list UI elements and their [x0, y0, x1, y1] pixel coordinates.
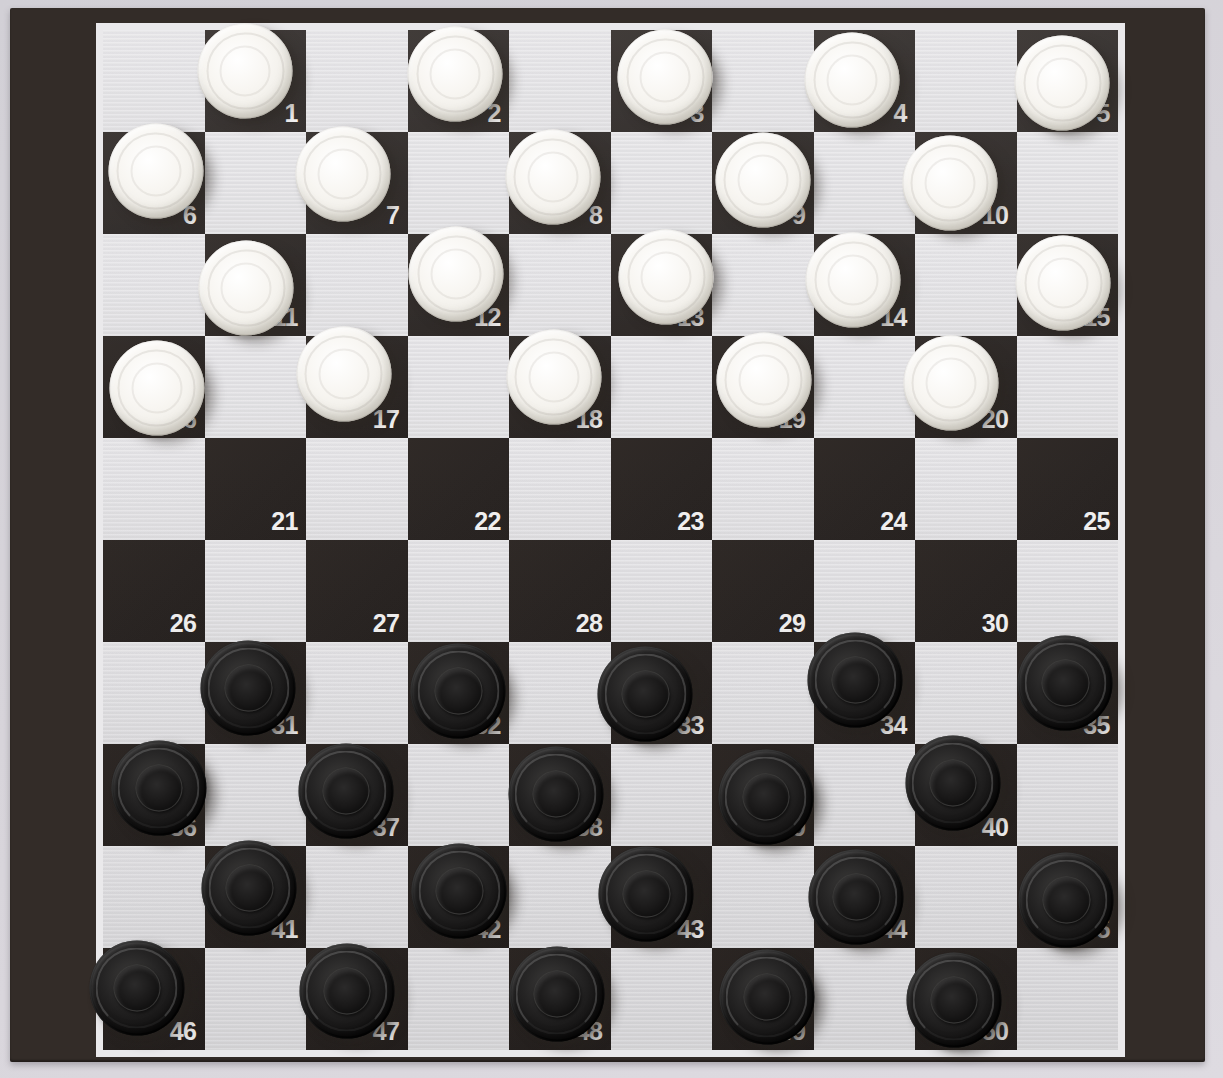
light-square-r1c3: [306, 30, 408, 132]
square-1[interactable]: 1: [205, 30, 307, 132]
light-square-r4c6: [611, 336, 713, 438]
white-piece-square-17[interactable]: [296, 327, 391, 422]
white-piece-square-18[interactable]: [506, 330, 601, 425]
light-square-r7c3: [306, 642, 408, 744]
white-piece-square-6[interactable]: [108, 124, 203, 219]
light-square-r3c7: [712, 234, 814, 336]
light-square-r10c8: [814, 948, 916, 1050]
square-3[interactable]: 3: [611, 30, 713, 132]
light-square-r1c5: [509, 30, 611, 132]
white-piece-square-19[interactable]: [716, 333, 811, 428]
square-number: 24: [880, 507, 907, 536]
white-piece-square-4[interactable]: [805, 33, 900, 128]
square-10[interactable]: 10: [915, 132, 1017, 234]
light-square-r8c6: [611, 744, 713, 846]
white-piece-square-10[interactable]: [902, 136, 997, 231]
square-48[interactable]: 48: [509, 948, 611, 1050]
light-square-r2c10: [1017, 132, 1119, 234]
light-square-r1c7: [712, 30, 814, 132]
square-19[interactable]: 19: [712, 336, 814, 438]
square-number: 25: [1083, 507, 1110, 536]
white-piece-square-11[interactable]: [199, 241, 294, 336]
black-piece-square-44[interactable]: [809, 850, 904, 945]
black-piece-square-31[interactable]: [201, 641, 296, 736]
black-piece-square-38[interactable]: [508, 747, 603, 842]
light-square-r5c9: [915, 438, 1017, 540]
square-number: 30: [982, 609, 1009, 638]
light-square-r3c1: [103, 234, 205, 336]
black-piece-square-41[interactable]: [202, 841, 297, 936]
square-number: 46: [170, 1017, 197, 1046]
square-4[interactable]: 4: [814, 30, 916, 132]
white-piece-square-9[interactable]: [715, 133, 810, 228]
square-41[interactable]: 41: [205, 846, 307, 948]
square-36[interactable]: 36: [103, 744, 205, 846]
light-square-r7c5: [509, 642, 611, 744]
light-square-r4c8: [814, 336, 916, 438]
square-number: 21: [271, 507, 298, 536]
light-square-r10c2: [205, 948, 307, 1050]
square-28[interactable]: 28: [509, 540, 611, 642]
black-piece-square-49[interactable]: [719, 950, 814, 1045]
light-square-r3c9: [915, 234, 1017, 336]
black-piece-square-35[interactable]: [1018, 636, 1113, 731]
light-square-r2c4: [408, 132, 510, 234]
square-number: 1: [285, 99, 298, 128]
white-piece-square-12[interactable]: [409, 227, 504, 322]
light-square-r6c10: [1017, 540, 1119, 642]
square-6[interactable]: 6: [103, 132, 205, 234]
black-piece-square-42[interactable]: [412, 844, 507, 939]
square-17[interactable]: 17: [306, 336, 408, 438]
black-piece-square-43[interactable]: [599, 847, 694, 942]
black-piece-square-39[interactable]: [718, 750, 813, 845]
square-24[interactable]: 24: [814, 438, 916, 540]
black-piece-square-50[interactable]: [906, 953, 1001, 1048]
light-square-r6c2: [205, 540, 307, 642]
light-square-r6c6: [611, 540, 713, 642]
light-square-r10c4: [408, 948, 510, 1050]
square-number: 27: [373, 609, 400, 638]
black-piece-square-32[interactable]: [411, 644, 506, 739]
square-9[interactable]: 9: [712, 132, 814, 234]
black-piece-square-47[interactable]: [299, 944, 394, 1039]
board-inner-margin: 1234567891011121314151617181920212223242…: [96, 23, 1125, 1057]
black-piece-square-36[interactable]: [111, 741, 206, 836]
light-square-r9c7: [712, 846, 814, 948]
white-piece-square-1[interactable]: [198, 24, 293, 119]
white-piece-square-3[interactable]: [618, 30, 713, 125]
light-square-r8c10: [1017, 744, 1119, 846]
square-15[interactable]: 15: [1017, 234, 1119, 336]
square-33[interactable]: 33: [611, 642, 713, 744]
white-piece-square-15[interactable]: [1016, 236, 1111, 331]
light-square-r1c9: [915, 30, 1017, 132]
square-35[interactable]: 35: [1017, 642, 1119, 744]
light-square-r5c5: [509, 438, 611, 540]
square-number: 23: [677, 507, 704, 536]
white-piece-square-2[interactable]: [408, 27, 503, 122]
light-square-r10c6: [611, 948, 713, 1050]
square-44[interactable]: 44: [814, 846, 916, 948]
black-piece-square-46[interactable]: [89, 941, 184, 1036]
square-number: 8: [589, 201, 602, 230]
square-40[interactable]: 40: [915, 744, 1017, 846]
square-number: 26: [170, 609, 197, 638]
square-38[interactable]: 38: [509, 744, 611, 846]
square-30[interactable]: 30: [915, 540, 1017, 642]
square-2[interactable]: 2: [408, 30, 510, 132]
square-46[interactable]: 46: [103, 948, 205, 1050]
square-49[interactable]: 49: [712, 948, 814, 1050]
checkers-board-frame: 1234567891011121314151617181920212223242…: [10, 8, 1205, 1062]
square-number: 22: [474, 507, 501, 536]
white-piece-square-20[interactable]: [903, 336, 998, 431]
light-square-r3c3: [306, 234, 408, 336]
square-37[interactable]: 37: [306, 744, 408, 846]
square-50[interactable]: 50: [915, 948, 1017, 1050]
light-square-r9c1: [103, 846, 205, 948]
square-43[interactable]: 43: [611, 846, 713, 948]
black-piece-square-48[interactable]: [509, 947, 604, 1042]
light-square-r4c2: [205, 336, 307, 438]
light-square-r8c2: [205, 744, 307, 846]
square-number: 29: [779, 609, 806, 638]
square-13[interactable]: 13: [611, 234, 713, 336]
square-45[interactable]: 45: [1017, 846, 1119, 948]
light-square-r9c3: [306, 846, 408, 948]
light-square-r9c9: [915, 846, 1017, 948]
white-piece-square-8[interactable]: [505, 130, 600, 225]
white-piece-square-14[interactable]: [806, 233, 901, 328]
white-piece-square-13[interactable]: [619, 230, 714, 325]
light-square-r8c8: [814, 744, 916, 846]
square-22[interactable]: 22: [408, 438, 510, 540]
square-31[interactable]: 31: [205, 642, 307, 744]
white-piece-square-7[interactable]: [295, 127, 390, 222]
square-8[interactable]: 8: [509, 132, 611, 234]
square-42[interactable]: 42: [408, 846, 510, 948]
light-square-r10c10: [1017, 948, 1119, 1050]
square-5[interactable]: 5: [1017, 30, 1119, 132]
square-16[interactable]: 16: [103, 336, 205, 438]
square-32[interactable]: 32: [408, 642, 510, 744]
black-piece-square-40[interactable]: [905, 736, 1000, 831]
square-14[interactable]: 14: [814, 234, 916, 336]
square-39[interactable]: 39: [712, 744, 814, 846]
light-square-r6c4: [408, 540, 510, 642]
square-26[interactable]: 26: [103, 540, 205, 642]
black-piece-square-45[interactable]: [1019, 853, 1114, 948]
square-25[interactable]: 25: [1017, 438, 1119, 540]
square-number: 7: [386, 201, 399, 230]
square-21[interactable]: 21: [205, 438, 307, 540]
light-square-r4c4: [408, 336, 510, 438]
light-square-r8c4: [408, 744, 510, 846]
square-number: 4: [894, 99, 907, 128]
square-number: 40: [982, 813, 1009, 842]
square-12[interactable]: 12: [408, 234, 510, 336]
black-piece-square-37[interactable]: [298, 744, 393, 839]
light-square-r7c1: [103, 642, 205, 744]
light-square-r5c3: [306, 438, 408, 540]
light-square-r9c5: [509, 846, 611, 948]
square-29[interactable]: 29: [712, 540, 814, 642]
square-34[interactable]: 34: [814, 642, 916, 744]
square-18[interactable]: 18: [509, 336, 611, 438]
square-number: 28: [576, 609, 603, 638]
light-square-r5c1: [103, 438, 205, 540]
light-square-r6c8: [814, 540, 916, 642]
square-number: 17: [373, 405, 400, 434]
light-square-r1c1: [103, 30, 205, 132]
black-piece-square-33[interactable]: [598, 647, 693, 742]
square-23[interactable]: 23: [611, 438, 713, 540]
square-20[interactable]: 20: [915, 336, 1017, 438]
square-47[interactable]: 47: [306, 948, 408, 1050]
light-square-r2c8: [814, 132, 916, 234]
light-square-r3c5: [509, 234, 611, 336]
black-piece-square-34[interactable]: [808, 633, 903, 728]
white-piece-square-16[interactable]: [109, 341, 204, 436]
light-square-r2c6: [611, 132, 713, 234]
square-27[interactable]: 27: [306, 540, 408, 642]
white-piece-square-5[interactable]: [1015, 36, 1110, 131]
photo-background: 1234567891011121314151617181920212223242…: [0, 0, 1223, 1078]
board-grid: 1234567891011121314151617181920212223242…: [103, 30, 1118, 1050]
square-11[interactable]: 11: [205, 234, 307, 336]
light-square-r2c2: [205, 132, 307, 234]
light-square-r4c10: [1017, 336, 1119, 438]
light-square-r7c9: [915, 642, 1017, 744]
square-7[interactable]: 7: [306, 132, 408, 234]
light-square-r5c7: [712, 438, 814, 540]
light-square-r7c7: [712, 642, 814, 744]
